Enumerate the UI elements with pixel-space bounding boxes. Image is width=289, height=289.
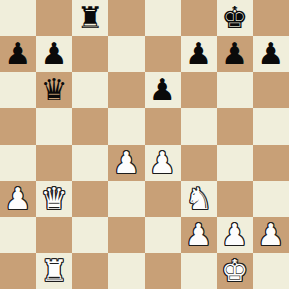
square-e1[interactable] [145, 253, 181, 289]
square-h7[interactable]: ♟ [253, 36, 289, 72]
square-e2[interactable] [145, 217, 181, 253]
square-a1[interactable] [0, 253, 36, 289]
square-a8[interactable] [0, 0, 36, 36]
black-pawn[interactable]: ♟ [257, 39, 284, 69]
square-h3[interactable] [253, 181, 289, 217]
white-rook[interactable]: ♜ [41, 256, 68, 286]
square-d4[interactable]: ♟ [108, 145, 144, 181]
square-e4[interactable]: ♟ [145, 145, 181, 181]
white-queen[interactable]: ♛ [41, 184, 68, 214]
square-f6[interactable] [181, 72, 217, 108]
square-c1[interactable] [72, 253, 108, 289]
square-a4[interactable] [0, 145, 36, 181]
square-a3[interactable]: ♟ [0, 181, 36, 217]
square-f7[interactable]: ♟ [181, 36, 217, 72]
square-g2[interactable]: ♟ [217, 217, 253, 253]
square-d6[interactable] [108, 72, 144, 108]
square-g8[interactable]: ♚ [217, 0, 253, 36]
square-g6[interactable] [217, 72, 253, 108]
square-a6[interactable] [0, 72, 36, 108]
square-b2[interactable] [36, 217, 72, 253]
square-a5[interactable] [0, 108, 36, 144]
square-e5[interactable] [145, 108, 181, 144]
square-f8[interactable] [181, 0, 217, 36]
square-h8[interactable] [253, 0, 289, 36]
black-pawn[interactable]: ♟ [41, 39, 68, 69]
square-a7[interactable]: ♟ [0, 36, 36, 72]
square-b5[interactable] [36, 108, 72, 144]
square-f1[interactable] [181, 253, 217, 289]
black-pawn[interactable]: ♟ [185, 39, 212, 69]
black-rook[interactable]: ♜ [77, 3, 104, 33]
square-d5[interactable] [108, 108, 144, 144]
square-b3[interactable]: ♛ [36, 181, 72, 217]
white-pawn[interactable]: ♟ [221, 220, 248, 250]
square-h5[interactable] [253, 108, 289, 144]
square-b7[interactable]: ♟ [36, 36, 72, 72]
square-b6[interactable]: ♛ [36, 72, 72, 108]
square-d1[interactable] [108, 253, 144, 289]
square-e8[interactable] [145, 0, 181, 36]
square-g1[interactable]: ♚ [217, 253, 253, 289]
white-pawn[interactable]: ♟ [5, 184, 32, 214]
square-f5[interactable] [181, 108, 217, 144]
square-e3[interactable] [145, 181, 181, 217]
white-knight[interactable]: ♞ [185, 184, 212, 214]
square-c8[interactable]: ♜ [72, 0, 108, 36]
square-g3[interactable] [217, 181, 253, 217]
square-d3[interactable] [108, 181, 144, 217]
square-g7[interactable]: ♟ [217, 36, 253, 72]
square-c4[interactable] [72, 145, 108, 181]
square-c7[interactable] [72, 36, 108, 72]
square-h2[interactable]: ♟ [253, 217, 289, 253]
square-h1[interactable] [253, 253, 289, 289]
square-d8[interactable] [108, 0, 144, 36]
black-pawn[interactable]: ♟ [221, 39, 248, 69]
white-pawn[interactable]: ♟ [113, 148, 140, 178]
square-g4[interactable] [217, 145, 253, 181]
square-h6[interactable] [253, 72, 289, 108]
square-c6[interactable] [72, 72, 108, 108]
square-b1[interactable]: ♜ [36, 253, 72, 289]
white-pawn[interactable]: ♟ [185, 220, 212, 250]
square-e6[interactable]: ♟ [145, 72, 181, 108]
square-f2[interactable]: ♟ [181, 217, 217, 253]
square-b4[interactable] [36, 145, 72, 181]
square-c5[interactable] [72, 108, 108, 144]
square-c3[interactable] [72, 181, 108, 217]
white-pawn[interactable]: ♟ [149, 148, 176, 178]
square-d2[interactable] [108, 217, 144, 253]
square-h4[interactable] [253, 145, 289, 181]
square-d7[interactable] [108, 36, 144, 72]
white-king[interactable]: ♚ [221, 256, 248, 286]
black-king[interactable]: ♚ [221, 3, 248, 33]
chess-board: ♜♚♟♟♟♟♟♛♟♟♟♟♛♞♟♟♟♜♚ [0, 0, 289, 289]
black-queen[interactable]: ♛ [41, 75, 68, 105]
square-g5[interactable] [217, 108, 253, 144]
square-b8[interactable] [36, 0, 72, 36]
white-pawn[interactable]: ♟ [257, 220, 284, 250]
square-c2[interactable] [72, 217, 108, 253]
black-pawn[interactable]: ♟ [149, 75, 176, 105]
black-pawn[interactable]: ♟ [5, 39, 32, 69]
square-f3[interactable]: ♞ [181, 181, 217, 217]
square-e7[interactable] [145, 36, 181, 72]
square-a2[interactable] [0, 217, 36, 253]
square-f4[interactable] [181, 145, 217, 181]
